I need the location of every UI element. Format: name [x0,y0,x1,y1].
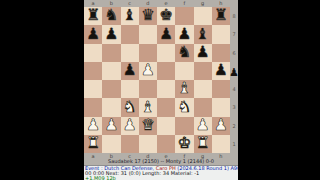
square-d4[interactable] [139,80,157,98]
square-e5[interactable] [157,62,175,80]
piece-bQ-d8[interactable]: ♛ [141,8,155,24]
square-d3[interactable]: ♝ [139,98,157,116]
square-d1[interactable] [139,135,157,153]
square-e1[interactable] [157,135,175,153]
captured-pawn-icon: ♟ [229,66,238,80]
square-f6[interactable]: ♞ [175,44,193,62]
square-b2[interactable]: ♟ [102,117,120,135]
square-d2[interactable]: ♛ [139,117,157,135]
square-e3[interactable] [157,98,175,116]
square-h6[interactable] [212,44,230,62]
square-h1[interactable] [212,135,230,153]
file-label-e: e [157,0,175,7]
square-h7[interactable] [212,25,230,43]
square-b4[interactable] [102,80,120,98]
rank-label-1: 1 [230,135,238,153]
square-g3[interactable] [194,98,212,116]
rank-label-8: 8 [230,7,238,25]
square-e4[interactable] [157,80,175,98]
square-f4[interactable]: ♝ [175,80,193,98]
square-a8[interactable]: ♜ [84,7,102,25]
game-info-panel: Event : Dutch Can Defense, Caro PH (2024… [84,165,238,180]
video-frame: abcdefgh ♜♞♝♛♚♜♟♟♟♟♝♞♟♟♟♟♝♞♝♞♟♟♟♛♟♟♜♚♜ 8… [0,0,320,180]
piece-bR-h8[interactable]: ♜ [214,8,228,24]
square-g7[interactable]: ♝ [194,25,212,43]
piece-bP-g6[interactable]: ♟ [196,44,210,60]
square-c5[interactable]: ♟ [121,62,139,80]
square-c3[interactable]: ♞ [121,98,139,116]
square-d7[interactable] [139,25,157,43]
square-e7[interactable]: ♟ [157,25,175,43]
piece-wN-c3[interactable]: ♞ [123,99,137,115]
square-f5[interactable] [175,62,193,80]
square-a2[interactable]: ♟ [84,117,102,135]
square-b3[interactable] [102,98,120,116]
piece-bR-a8[interactable]: ♜ [86,8,100,24]
square-g5[interactable] [194,62,212,80]
piece-bN-f6[interactable]: ♞ [177,44,191,60]
square-e2[interactable] [157,117,175,135]
square-f1[interactable]: ♚ [175,135,193,153]
square-c4[interactable] [121,80,139,98]
chess-gui: abcdefgh ♜♞♝♛♚♜♟♟♟♟♝♞♟♟♟♟♝♞♝♞♟♟♟♛♟♟♜♚♜ 8… [84,0,238,180]
eval-line: +1.M09 12b [84,176,238,180]
piece-wR-g1[interactable]: ♜ [196,136,210,152]
square-g2[interactable]: ♟ [194,117,212,135]
file-label-c: c [121,0,139,7]
square-h4[interactable] [212,80,230,98]
rank-label-4: 4 [230,80,238,98]
piece-bB-g7[interactable]: ♝ [196,26,210,42]
piece-wP-c2[interactable]: ♟ [123,117,137,133]
file-label-g: g [194,0,212,7]
piece-wN-f3[interactable]: ♞ [177,99,191,115]
piece-wB-d3[interactable]: ♝ [141,99,155,115]
square-d6[interactable] [139,44,157,62]
square-a5[interactable] [84,62,102,80]
square-c1[interactable] [121,135,139,153]
files-top: abcdefgh [84,0,230,7]
square-b8[interactable]: ♞ [102,7,120,25]
square-f8[interactable] [175,7,193,25]
square-a7[interactable]: ♟ [84,25,102,43]
square-c2[interactable]: ♟ [121,117,139,135]
file-label-d: d [139,0,157,7]
square-f7[interactable]: ♟ [175,25,193,43]
piece-wQ-d2[interactable]: ♛ [141,117,155,133]
file-label-f: f [175,0,193,7]
square-g1[interactable]: ♜ [194,135,212,153]
square-a4[interactable] [84,80,102,98]
square-a6[interactable] [84,44,102,62]
square-c7[interactable] [121,25,139,43]
square-d5[interactable]: ♟ [139,62,157,80]
piece-bP-h5[interactable]: ♟ [214,63,228,79]
rank-strip: 87654321 [230,7,238,153]
square-h5[interactable]: ♟ [212,62,230,80]
square-a1[interactable]: ♜ [84,135,102,153]
square-h3[interactable] [212,98,230,116]
piece-wP-h2[interactable]: ♟ [214,117,228,133]
square-g4[interactable] [194,80,212,98]
piece-bP-c5[interactable]: ♟ [123,63,137,79]
square-c8[interactable]: ♝ [121,7,139,25]
eval-value: +1.M09 12b [85,176,116,180]
square-b1[interactable] [102,135,120,153]
piece-wP-b2[interactable]: ♟ [104,117,118,133]
piece-wP-a2[interactable]: ♟ [86,117,100,133]
square-b5[interactable] [102,62,120,80]
piece-wP-d5[interactable]: ♟ [141,63,155,79]
square-b6[interactable] [102,44,120,62]
square-a3[interactable] [84,98,102,116]
players-line: Saudabek 17 (2150) -- Monty 1 (2144) 0-0 [84,158,238,165]
rank-label-6: 6 [230,44,238,62]
square-b7[interactable]: ♟ [102,25,120,43]
square-g6[interactable]: ♟ [194,44,212,62]
piece-bP-f7[interactable]: ♟ [177,26,191,42]
piece-wR-a1[interactable]: ♜ [86,136,100,152]
piece-wK-f1[interactable]: ♚ [177,136,191,152]
letterbox-left [0,0,84,180]
square-g8[interactable] [194,7,212,25]
square-e6[interactable] [157,44,175,62]
piece-wP-g2[interactable]: ♟ [196,117,210,133]
rank-label-7: 7 [230,25,238,43]
letterbox-right [238,0,320,180]
square-c6[interactable] [121,44,139,62]
square-f2[interactable] [175,117,193,135]
square-d8[interactable]: ♛ [139,7,157,25]
rank-label-2: 2 [230,117,238,135]
piece-bP-e7[interactable]: ♟ [159,26,173,42]
square-f3[interactable]: ♞ [175,98,193,116]
piece-wB-f4[interactable]: ♝ [177,81,191,97]
piece-bN-b8[interactable]: ♞ [104,8,118,24]
piece-bK-e8[interactable]: ♚ [159,8,173,24]
chess-board[interactable]: ♜♞♝♛♚♜♟♟♟♟♝♞♟♟♟♟♝♞♝♞♟♟♟♛♟♟♜♚♜ [84,7,230,153]
piece-bP-b7[interactable]: ♟ [104,26,118,42]
file-label-b: b [102,0,120,7]
square-e8[interactable]: ♚ [157,7,175,25]
file-label-a: a [84,0,102,7]
piece-bP-a7[interactable]: ♟ [86,26,100,42]
square-h8[interactable]: ♜ [212,7,230,25]
piece-bB-c8[interactable]: ♝ [123,8,137,24]
rank-label-3: 3 [230,98,238,116]
square-h2[interactable]: ♟ [212,117,230,135]
file-label-h: h [212,0,230,7]
